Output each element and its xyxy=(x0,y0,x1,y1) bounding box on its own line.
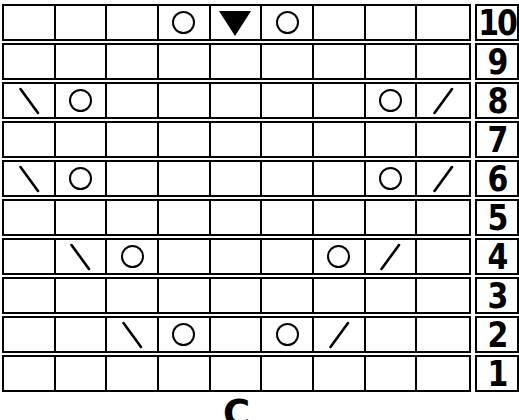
stitch-cell xyxy=(56,162,108,195)
row-number-9: 9 xyxy=(475,43,519,80)
empty-stitch-cell xyxy=(4,45,56,78)
empty-stitch-cell xyxy=(211,123,263,156)
empty-stitch-cell xyxy=(417,6,469,39)
stitch-cell xyxy=(4,84,56,117)
empty-stitch-cell xyxy=(107,201,159,234)
row-number-2: 2 xyxy=(475,316,519,353)
row-number-7: 7 xyxy=(475,121,519,158)
empty-stitch-cell xyxy=(262,240,314,273)
yarn-over-circle-icon xyxy=(379,89,402,112)
row-number-3: 3 xyxy=(475,277,519,314)
row-number-label: 10 xyxy=(478,5,516,40)
empty-stitch-cell xyxy=(4,279,56,312)
empty-stitch-cell xyxy=(262,279,314,312)
empty-stitch-cell xyxy=(4,123,56,156)
row-number-label: 8 xyxy=(488,83,507,118)
empty-stitch-cell xyxy=(262,84,314,117)
yarn-over-circle-icon xyxy=(69,167,92,190)
stitch-row-cells xyxy=(2,355,471,392)
empty-stitch-cell xyxy=(417,240,469,273)
stitch-row-cells xyxy=(2,199,471,236)
row-number-1: 1 xyxy=(475,355,519,392)
row-number-label: 3 xyxy=(488,278,507,313)
empty-stitch-cell xyxy=(211,45,263,78)
slash-decrease-icon xyxy=(366,240,414,273)
empty-stitch-cell xyxy=(314,6,366,39)
row-number-6: 6 xyxy=(475,160,519,197)
chart-caption: C xyxy=(2,395,471,420)
empty-stitch-cell xyxy=(56,201,108,234)
chart-row-1: 1 xyxy=(2,355,519,392)
yarn-over-circle-icon xyxy=(276,323,299,346)
row-number-10: 10 xyxy=(475,4,519,41)
backslash-decrease-icon xyxy=(5,162,53,195)
stitch-cell xyxy=(107,240,159,273)
empty-stitch-cell xyxy=(107,279,159,312)
knitting-chart-grid: 10987654321 xyxy=(2,4,519,394)
row-number-5: 5 xyxy=(475,199,519,236)
stitch-cell xyxy=(211,6,263,39)
empty-stitch-cell xyxy=(417,45,469,78)
yarn-over-circle-icon xyxy=(69,89,92,112)
stitch-cell xyxy=(56,84,108,117)
empty-stitch-cell xyxy=(159,45,211,78)
empty-stitch-cell xyxy=(159,162,211,195)
empty-stitch-cell xyxy=(314,84,366,117)
stitch-row-cells xyxy=(2,238,471,275)
empty-stitch-cell xyxy=(107,45,159,78)
empty-stitch-cell xyxy=(211,240,263,273)
empty-stitch-cell xyxy=(366,6,418,39)
empty-stitch-cell xyxy=(4,201,56,234)
empty-stitch-cell xyxy=(314,279,366,312)
empty-stitch-cell xyxy=(211,357,263,390)
empty-stitch-cell xyxy=(211,318,263,351)
empty-stitch-cell xyxy=(366,201,418,234)
empty-stitch-cell xyxy=(314,357,366,390)
empty-stitch-cell xyxy=(4,240,56,273)
stitch-cell xyxy=(159,318,211,351)
row-number-8: 8 xyxy=(475,82,519,119)
empty-stitch-cell xyxy=(159,279,211,312)
chart-row-5: 5 xyxy=(2,199,519,236)
yarn-over-circle-icon xyxy=(172,11,195,34)
empty-stitch-cell xyxy=(56,45,108,78)
stitch-cell xyxy=(159,6,211,39)
empty-stitch-cell xyxy=(211,84,263,117)
empty-stitch-cell xyxy=(262,162,314,195)
empty-stitch-cell xyxy=(107,84,159,117)
empty-stitch-cell xyxy=(366,279,418,312)
empty-stitch-cell xyxy=(159,84,211,117)
empty-stitch-cell xyxy=(56,357,108,390)
row-number-label: 4 xyxy=(488,239,507,274)
stitch-cell xyxy=(107,318,159,351)
empty-stitch-cell xyxy=(4,318,56,351)
empty-stitch-cell xyxy=(159,201,211,234)
empty-stitch-cell xyxy=(314,45,366,78)
stitch-cell xyxy=(262,6,314,39)
yarn-over-circle-icon xyxy=(379,167,402,190)
empty-stitch-cell xyxy=(56,6,108,39)
empty-stitch-cell xyxy=(4,6,56,39)
empty-stitch-cell xyxy=(211,162,263,195)
stitch-row-cells xyxy=(2,277,471,314)
stitch-cell xyxy=(366,162,418,195)
stitch-cell xyxy=(417,84,469,117)
stitch-row-cells xyxy=(2,43,471,80)
empty-stitch-cell xyxy=(107,357,159,390)
row-number-label: 7 xyxy=(488,122,507,157)
row-number-label: 9 xyxy=(488,44,507,79)
empty-stitch-cell xyxy=(262,201,314,234)
chart-row-3: 3 xyxy=(2,277,519,314)
empty-stitch-cell xyxy=(417,279,469,312)
empty-stitch-cell xyxy=(262,123,314,156)
backslash-decrease-icon xyxy=(108,318,156,351)
empty-stitch-cell xyxy=(417,123,469,156)
empty-stitch-cell xyxy=(366,318,418,351)
empty-stitch-cell xyxy=(314,201,366,234)
row-number-4: 4 xyxy=(475,238,519,275)
yarn-over-circle-icon xyxy=(172,323,195,346)
stitch-row-cells xyxy=(2,82,471,119)
empty-stitch-cell xyxy=(211,201,263,234)
empty-stitch-cell xyxy=(314,162,366,195)
stitch-cell xyxy=(417,162,469,195)
row-number-label: 5 xyxy=(488,200,507,235)
slash-decrease-icon xyxy=(419,84,467,117)
chart-row-2: 2 xyxy=(2,316,519,353)
empty-stitch-cell xyxy=(107,162,159,195)
empty-stitch-cell xyxy=(211,279,263,312)
stitch-cell xyxy=(262,318,314,351)
triangle-down-icon xyxy=(219,11,251,36)
empty-stitch-cell xyxy=(56,123,108,156)
chart-row-6: 6 xyxy=(2,160,519,197)
chart-row-10: 10 xyxy=(2,4,519,41)
stitch-cell xyxy=(314,318,366,351)
yarn-over-circle-icon xyxy=(327,245,350,268)
empty-stitch-cell xyxy=(417,318,469,351)
stitch-row-cells xyxy=(2,4,471,41)
row-number-label: 1 xyxy=(488,356,507,391)
row-number-label: 6 xyxy=(488,161,507,196)
slash-decrease-icon xyxy=(315,318,363,351)
chart-row-7: 7 xyxy=(2,121,519,158)
backslash-decrease-icon xyxy=(56,240,104,273)
chart-row-8: 8 xyxy=(2,82,519,119)
empty-stitch-cell xyxy=(56,318,108,351)
empty-stitch-cell xyxy=(159,357,211,390)
empty-stitch-cell xyxy=(107,123,159,156)
stitch-cell xyxy=(366,84,418,117)
stitch-row-cells xyxy=(2,160,471,197)
empty-stitch-cell xyxy=(366,123,418,156)
stitch-cell xyxy=(56,240,108,273)
empty-stitch-cell xyxy=(107,6,159,39)
empty-stitch-cell xyxy=(4,357,56,390)
empty-stitch-cell xyxy=(366,45,418,78)
empty-stitch-cell xyxy=(314,123,366,156)
chart-row-4: 4 xyxy=(2,238,519,275)
empty-stitch-cell xyxy=(159,240,211,273)
stitch-row-cells xyxy=(2,316,471,353)
yarn-over-circle-icon xyxy=(276,11,299,34)
empty-stitch-cell xyxy=(417,357,469,390)
stitch-cell xyxy=(4,162,56,195)
empty-stitch-cell xyxy=(262,357,314,390)
empty-stitch-cell xyxy=(159,123,211,156)
backslash-decrease-icon xyxy=(5,84,53,117)
empty-stitch-cell xyxy=(366,357,418,390)
stitch-row-cells xyxy=(2,121,471,158)
stitch-cell xyxy=(366,240,418,273)
stitch-cell xyxy=(314,240,366,273)
empty-stitch-cell xyxy=(417,201,469,234)
chart-row-9: 9 xyxy=(2,43,519,80)
row-number-label: 2 xyxy=(488,317,507,352)
empty-stitch-cell xyxy=(262,45,314,78)
yarn-over-circle-icon xyxy=(121,245,144,268)
empty-stitch-cell xyxy=(56,279,108,312)
slash-decrease-icon xyxy=(419,162,467,195)
